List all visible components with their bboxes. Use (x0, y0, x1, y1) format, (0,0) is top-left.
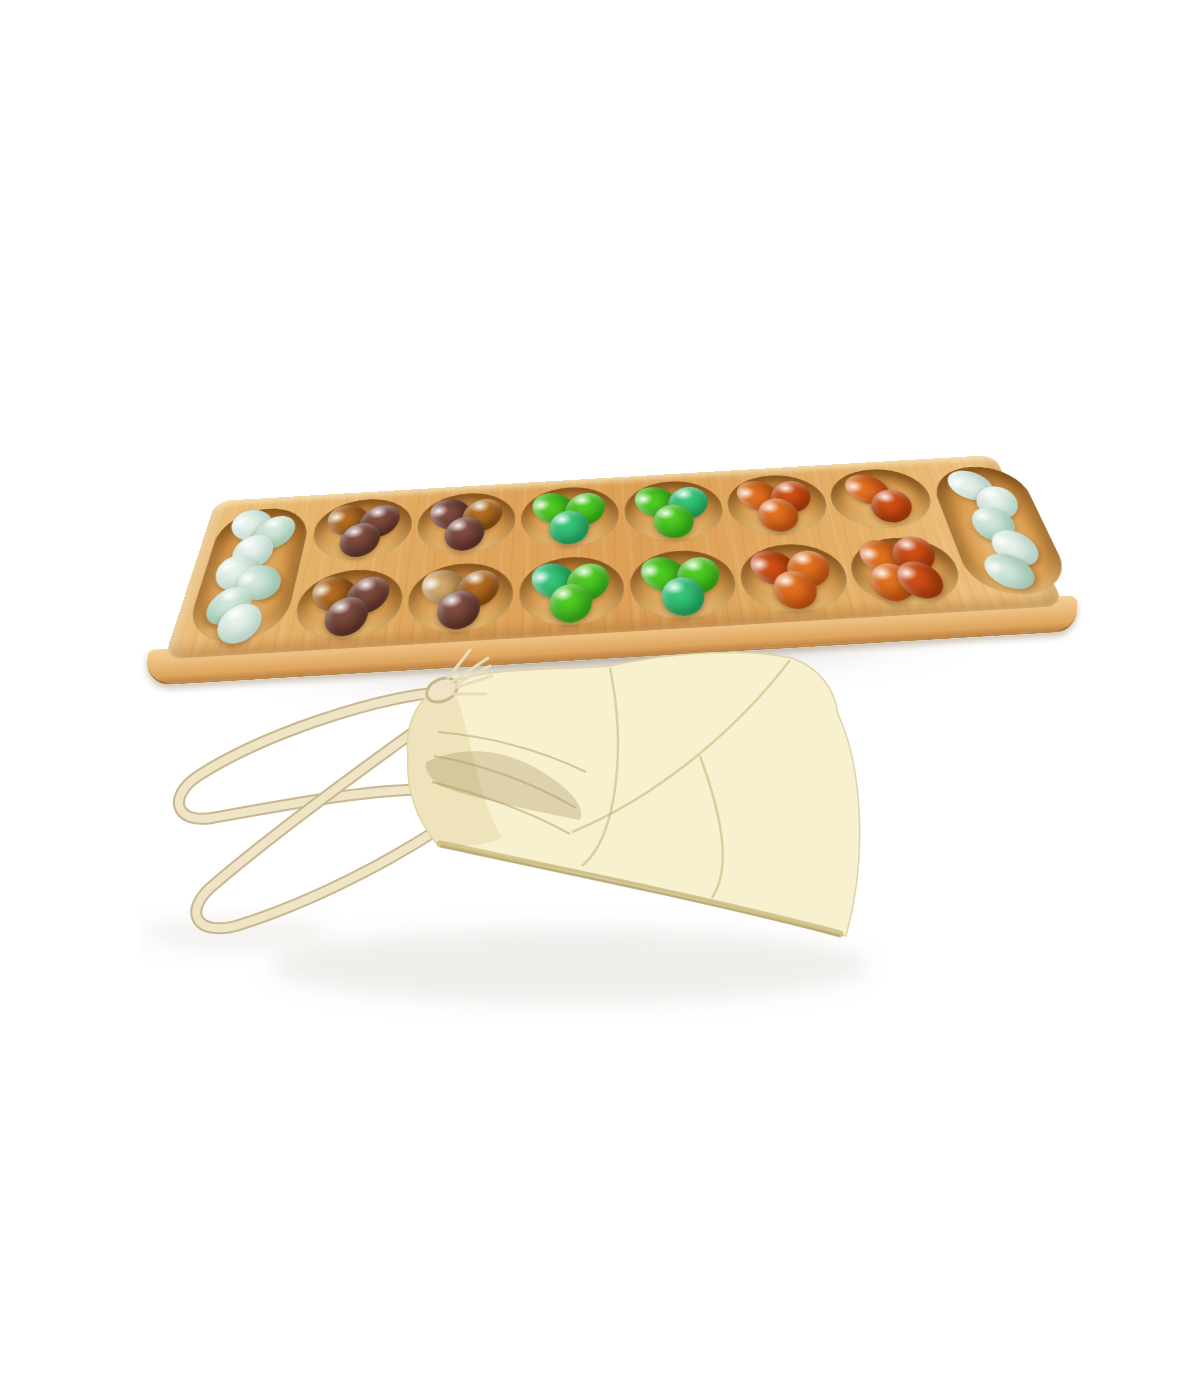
pit-bottom-1[interactable] (290, 567, 406, 642)
drawstring-cord (179, 692, 442, 928)
pit-cell-top-6 (823, 465, 941, 533)
bag-shadow (270, 928, 870, 1004)
pit-bottom-5[interactable] (735, 542, 855, 615)
pit-cell-top-3 (520, 483, 620, 552)
pit-top-2[interactable] (414, 491, 516, 556)
pit-cell-bottom-4 (628, 546, 741, 625)
pit-bottom-3[interactable] (519, 554, 627, 628)
pit-cell-bottom-6 (842, 533, 970, 611)
pit-bottom-2[interactable] (404, 561, 514, 635)
pit-top-6[interactable] (824, 467, 941, 531)
pit-top-4[interactable] (623, 479, 728, 543)
pit-cell-top-4 (622, 477, 727, 546)
stone-teal (549, 510, 589, 546)
pit-cell-top-1 (307, 495, 416, 565)
pit-cell-bottom-1 (289, 565, 406, 645)
pit-cell-bottom-3 (519, 552, 627, 631)
pit-bottom-4[interactable] (628, 548, 741, 622)
pit-cell-top-2 (414, 489, 516, 558)
pit-top-1[interactable] (307, 497, 415, 562)
pit-top-5[interactable] (723, 473, 834, 537)
pit-top-3[interactable] (521, 485, 621, 550)
pit-cell-bottom-2 (404, 558, 514, 637)
product-photo-scene (0, 0, 1200, 1400)
pit-bottom-6[interactable] (843, 535, 969, 608)
pit-cell-bottom-5 (735, 539, 856, 617)
stone-green (549, 583, 592, 624)
pit-cell-top-5 (723, 471, 835, 539)
drawstring-bag (140, 636, 920, 1056)
